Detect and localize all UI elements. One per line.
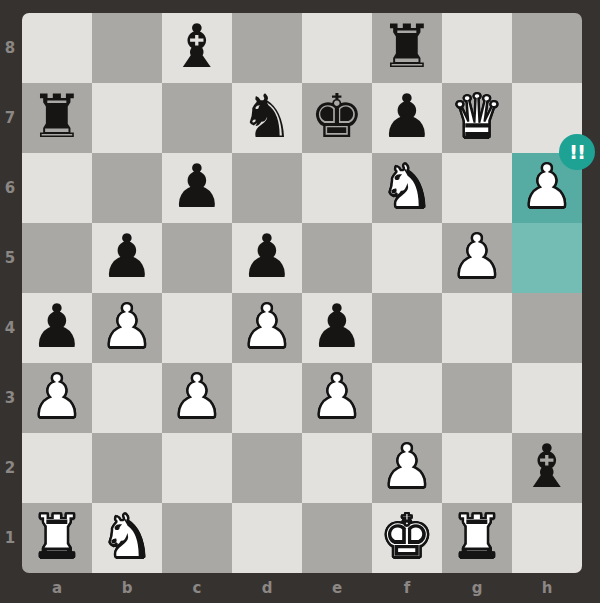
square-f6[interactable]: ♞ xyxy=(372,153,442,223)
square-c8[interactable]: ♝ xyxy=(162,13,232,83)
white-knight-f6[interactable]: ♞ xyxy=(380,151,434,221)
square-g3[interactable] xyxy=(442,363,512,433)
rank-label-6: 6 xyxy=(0,153,20,223)
rank-label-1: 1 xyxy=(0,503,20,573)
rank-label-7: 7 xyxy=(0,83,20,153)
black-pawn-b5[interactable]: ♟ xyxy=(100,221,154,291)
square-e5[interactable] xyxy=(302,223,372,293)
square-g6[interactable] xyxy=(442,153,512,223)
file-label-c: c xyxy=(162,577,232,599)
board-squares: ♝♜♜♞♚♟♛♟♞♟♟♟♟♟♟♟♟♟♟♟♟♝♜♞♚♜ xyxy=(22,13,582,573)
rank-label-8: 8 xyxy=(0,13,20,83)
square-c1[interactable] xyxy=(162,503,232,573)
black-pawn-f7[interactable]: ♟ xyxy=(380,81,434,151)
square-g8[interactable] xyxy=(442,13,512,83)
square-d8[interactable] xyxy=(232,13,302,83)
square-d4[interactable]: ♟ xyxy=(232,293,302,363)
square-f2[interactable]: ♟ xyxy=(372,433,442,503)
square-h5[interactable] xyxy=(512,223,582,293)
square-d6[interactable] xyxy=(232,153,302,223)
file-label-h: h xyxy=(512,577,582,599)
square-e6[interactable] xyxy=(302,153,372,223)
square-g7[interactable]: ♛ xyxy=(442,83,512,153)
square-c4[interactable] xyxy=(162,293,232,363)
square-h2[interactable]: ♝ xyxy=(512,433,582,503)
square-f8[interactable]: ♜ xyxy=(372,13,442,83)
white-queen-g7[interactable]: ♛ xyxy=(450,81,504,151)
white-rook-g1[interactable]: ♜ xyxy=(450,501,504,571)
file-label-d: d xyxy=(232,577,302,599)
white-pawn-b4[interactable]: ♟ xyxy=(100,291,154,361)
black-rook-a7[interactable]: ♜ xyxy=(30,81,84,151)
file-label-a: a xyxy=(22,577,92,599)
square-a2[interactable] xyxy=(22,433,92,503)
white-knight-b1[interactable]: ♞ xyxy=(100,501,154,571)
square-a1[interactable]: ♜ xyxy=(22,503,92,573)
square-a6[interactable] xyxy=(22,153,92,223)
square-g2[interactable] xyxy=(442,433,512,503)
square-b8[interactable] xyxy=(92,13,162,83)
square-f7[interactable]: ♟ xyxy=(372,83,442,153)
square-h3[interactable] xyxy=(512,363,582,433)
white-king-f1[interactable]: ♚ xyxy=(380,501,434,571)
white-pawn-g5[interactable]: ♟ xyxy=(450,221,504,291)
black-rook-f8[interactable]: ♜ xyxy=(380,13,434,81)
square-f4[interactable] xyxy=(372,293,442,363)
square-g1[interactable]: ♜ xyxy=(442,503,512,573)
square-a8[interactable] xyxy=(22,13,92,83)
square-e1[interactable] xyxy=(302,503,372,573)
square-e3[interactable]: ♟ xyxy=(302,363,372,433)
white-pawn-c3[interactable]: ♟ xyxy=(170,361,224,431)
black-bishop-c8[interactable]: ♝ xyxy=(170,13,224,81)
square-a4[interactable]: ♟ xyxy=(22,293,92,363)
file-label-g: g xyxy=(442,577,512,599)
square-h4[interactable] xyxy=(512,293,582,363)
square-g4[interactable] xyxy=(442,293,512,363)
square-d5[interactable]: ♟ xyxy=(232,223,302,293)
file-label-b: b xyxy=(92,577,162,599)
square-e2[interactable] xyxy=(302,433,372,503)
white-pawn-a3[interactable]: ♟ xyxy=(30,361,84,431)
square-h8[interactable] xyxy=(512,13,582,83)
square-e4[interactable]: ♟ xyxy=(302,293,372,363)
black-pawn-a4[interactable]: ♟ xyxy=(30,291,84,361)
black-king-e7[interactable]: ♚ xyxy=(310,81,364,151)
black-pawn-e4[interactable]: ♟ xyxy=(310,291,364,361)
square-b1[interactable]: ♞ xyxy=(92,503,162,573)
square-f3[interactable] xyxy=(372,363,442,433)
brilliant-move-badge: !! xyxy=(559,134,595,170)
black-pawn-d5[interactable]: ♟ xyxy=(240,221,294,291)
square-b6[interactable] xyxy=(92,153,162,223)
square-h1[interactable] xyxy=(512,503,582,573)
square-b5[interactable]: ♟ xyxy=(92,223,162,293)
white-pawn-f2[interactable]: ♟ xyxy=(380,431,434,501)
square-b7[interactable] xyxy=(92,83,162,153)
black-knight-d7[interactable]: ♞ xyxy=(240,81,294,151)
white-pawn-d4[interactable]: ♟ xyxy=(240,291,294,361)
square-b3[interactable] xyxy=(92,363,162,433)
square-d1[interactable] xyxy=(232,503,302,573)
rank-label-2: 2 xyxy=(0,433,20,503)
brilliant-move-badge-text: !! xyxy=(569,140,585,164)
chess-board: ♝♜♜♞♚♟♛♟♞♟♟♟♟♟♟♟♟♟♟♟♟♝♜♞♚♜ !! xyxy=(22,13,582,573)
black-pawn-c6[interactable]: ♟ xyxy=(170,151,224,221)
square-d2[interactable] xyxy=(232,433,302,503)
square-b4[interactable]: ♟ xyxy=(92,293,162,363)
square-a7[interactable]: ♜ xyxy=(22,83,92,153)
square-f5[interactable] xyxy=(372,223,442,293)
square-d3[interactable] xyxy=(232,363,302,433)
square-c5[interactable] xyxy=(162,223,232,293)
file-label-f: f xyxy=(372,577,442,599)
rank-label-4: 4 xyxy=(0,293,20,363)
square-c2[interactable] xyxy=(162,433,232,503)
white-pawn-e3[interactable]: ♟ xyxy=(310,361,364,431)
square-c7[interactable] xyxy=(162,83,232,153)
chess-board-app: ♝♜♜♞♚♟♛♟♞♟♟♟♟♟♟♟♟♟♟♟♟♝♜♞♚♜ !! 87654321 a… xyxy=(0,0,600,603)
square-f1[interactable]: ♚ xyxy=(372,503,442,573)
black-bishop-h2[interactable]: ♝ xyxy=(520,431,574,501)
rank-label-3: 3 xyxy=(0,363,20,433)
square-b2[interactable] xyxy=(92,433,162,503)
square-e8[interactable] xyxy=(302,13,372,83)
square-g5[interactable]: ♟ xyxy=(442,223,512,293)
white-rook-a1[interactable]: ♜ xyxy=(30,501,84,571)
rank-label-5: 5 xyxy=(0,223,20,293)
square-a3[interactable]: ♟ xyxy=(22,363,92,433)
square-c3[interactable]: ♟ xyxy=(162,363,232,433)
square-c6[interactable]: ♟ xyxy=(162,153,232,223)
file-label-e: e xyxy=(302,577,372,599)
square-e7[interactable]: ♚ xyxy=(302,83,372,153)
square-d7[interactable]: ♞ xyxy=(232,83,302,153)
square-a5[interactable] xyxy=(22,223,92,293)
